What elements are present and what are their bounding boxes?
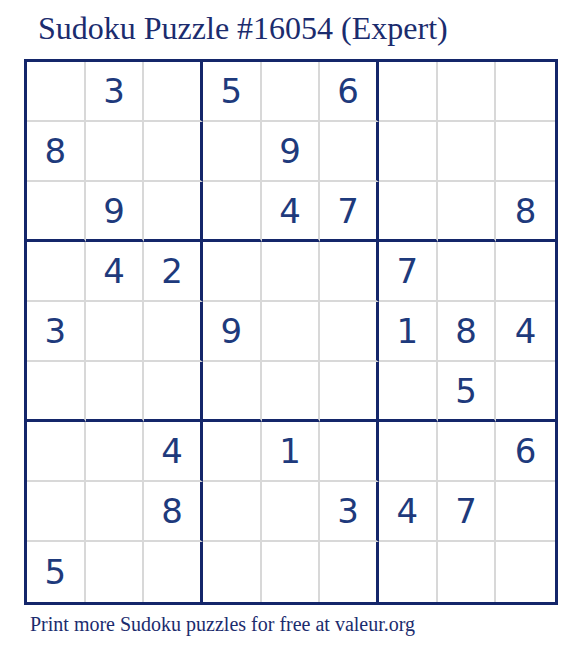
footer-text: Print more Sudoku puzzles for free at va…	[30, 613, 415, 636]
sudoku-cell-r2c9	[496, 122, 555, 182]
sudoku-cell-r8c3: 8	[144, 482, 203, 542]
sudoku-cell-r7c5: 1	[262, 422, 321, 482]
sudoku-cell-r6c7	[379, 362, 438, 422]
sudoku-cell-r3c7	[379, 182, 438, 242]
sudoku-cell-r8c2	[86, 482, 145, 542]
sudoku-cell-r3c4	[203, 182, 262, 242]
sudoku-cell-r1c7	[379, 62, 438, 122]
sudoku-cell-r3c8	[438, 182, 497, 242]
sudoku-cell-r1c3	[144, 62, 203, 122]
sudoku-cell-r2c5: 9	[262, 122, 321, 182]
sudoku-cell-r9c5	[262, 542, 321, 602]
sudoku-cell-r9c3	[144, 542, 203, 602]
sudoku-cell-r7c1	[27, 422, 86, 482]
sudoku-cell-r4c6	[320, 242, 379, 302]
sudoku-cell-r9c9	[496, 542, 555, 602]
sudoku-cell-r2c7	[379, 122, 438, 182]
sudoku-cell-r4c8	[438, 242, 497, 302]
sudoku-cell-r9c2	[86, 542, 145, 602]
sudoku-cell-r7c8	[438, 422, 497, 482]
sudoku-cell-r3c3	[144, 182, 203, 242]
sudoku-cell-r5c9: 4	[496, 302, 555, 362]
sudoku-cell-r5c8: 8	[438, 302, 497, 362]
sudoku-cell-r6c3	[144, 362, 203, 422]
page-title: Sudoku Puzzle #16054 (Expert)	[38, 10, 448, 47]
sudoku-cell-r8c9	[496, 482, 555, 542]
sudoku-cell-r6c5	[262, 362, 321, 422]
sudoku-cell-r5c6	[320, 302, 379, 362]
sudoku-cell-r2c8	[438, 122, 497, 182]
sudoku-cell-r4c5	[262, 242, 321, 302]
sudoku-cell-r3c1	[27, 182, 86, 242]
sudoku-cell-r4c4	[203, 242, 262, 302]
sudoku-cell-r4c1	[27, 242, 86, 302]
sudoku-cell-r5c2	[86, 302, 145, 362]
sudoku-cell-r9c8	[438, 542, 497, 602]
sudoku-cell-r1c1	[27, 62, 86, 122]
sudoku-cell-r8c7: 4	[379, 482, 438, 542]
sudoku-cell-r4c9	[496, 242, 555, 302]
sudoku-cell-r7c2	[86, 422, 145, 482]
sudoku-cell-r6c1	[27, 362, 86, 422]
sudoku-cell-r4c2: 4	[86, 242, 145, 302]
sudoku-cell-r7c6	[320, 422, 379, 482]
sudoku-cell-r1c2: 3	[86, 62, 145, 122]
sudoku-cell-r2c1: 8	[27, 122, 86, 182]
sudoku-cell-r3c6: 7	[320, 182, 379, 242]
sudoku-cell-r2c4	[203, 122, 262, 182]
sudoku-cell-r1c8	[438, 62, 497, 122]
sudoku-cell-r9c4	[203, 542, 262, 602]
sudoku-cell-r4c3: 2	[144, 242, 203, 302]
sudoku-cell-r6c2	[86, 362, 145, 422]
sudoku-cell-r5c4: 9	[203, 302, 262, 362]
sudoku-cell-r5c3	[144, 302, 203, 362]
sudoku-cell-r8c8: 7	[438, 482, 497, 542]
sudoku-cell-r9c1: 5	[27, 542, 86, 602]
sudoku-cell-r6c6	[320, 362, 379, 422]
sudoku-cell-r3c9: 8	[496, 182, 555, 242]
sudoku-cell-r6c4	[203, 362, 262, 422]
sudoku-board: 35689947842739184541683475	[24, 59, 558, 605]
sudoku-cell-r7c7	[379, 422, 438, 482]
sudoku-cell-r2c3	[144, 122, 203, 182]
sudoku-cell-r3c5: 4	[262, 182, 321, 242]
sudoku-cell-r7c3: 4	[144, 422, 203, 482]
sudoku-cell-r1c6: 6	[320, 62, 379, 122]
sudoku-cell-r1c5	[262, 62, 321, 122]
sudoku-page: Sudoku Puzzle #16054 (Expert) 3568994784…	[0, 0, 580, 651]
sudoku-cell-r4c7: 7	[379, 242, 438, 302]
sudoku-cell-r6c8: 5	[438, 362, 497, 422]
sudoku-cell-r8c5	[262, 482, 321, 542]
sudoku-cell-r8c6: 3	[320, 482, 379, 542]
sudoku-cell-r7c9: 6	[496, 422, 555, 482]
sudoku-cell-r6c9	[496, 362, 555, 422]
sudoku-cell-r8c1	[27, 482, 86, 542]
sudoku-cell-r5c1: 3	[27, 302, 86, 362]
sudoku-cell-r5c5	[262, 302, 321, 362]
sudoku-cell-r2c6	[320, 122, 379, 182]
sudoku-cell-r5c7: 1	[379, 302, 438, 362]
sudoku-cell-r9c7	[379, 542, 438, 602]
sudoku-cell-r7c4	[203, 422, 262, 482]
sudoku-cell-r9c6	[320, 542, 379, 602]
sudoku-cell-r8c4	[203, 482, 262, 542]
sudoku-cell-r1c4: 5	[203, 62, 262, 122]
sudoku-cell-r1c9	[496, 62, 555, 122]
sudoku-cell-r2c2	[86, 122, 145, 182]
sudoku-cell-r3c2: 9	[86, 182, 145, 242]
